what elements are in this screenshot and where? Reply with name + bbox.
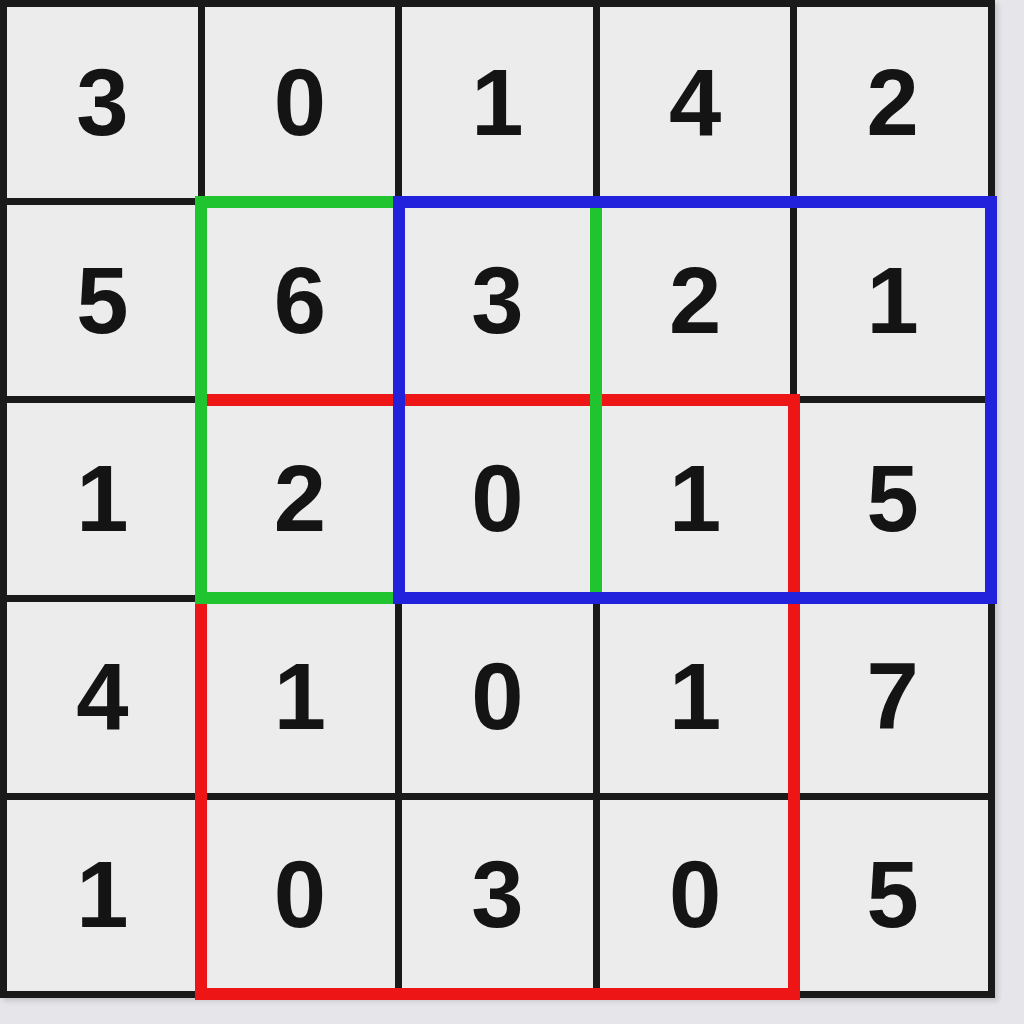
grid-cell-r4c4: 1 [600,602,791,793]
grid-cell-r5c2: 0 [205,800,396,991]
grid-cell-r2c4: 2 [600,205,791,396]
grid-cell-r1c3: 1 [402,7,593,198]
grid-cell-r4c2: 1 [205,602,396,793]
number-grid: 3014256321120154101710305 [0,0,995,998]
grid-cell-r5c3: 3 [402,800,593,991]
grid-cell-r5c5: 5 [797,800,988,991]
grid-cell-r1c1: 3 [7,7,198,198]
grid-cell-r4c5: 7 [797,602,988,793]
grid-cell-r3c5: 5 [797,403,988,594]
grid-cell-r3c4: 1 [600,403,791,594]
grid-cell-r2c5: 1 [797,205,988,396]
grid-cell-r5c4: 0 [600,800,791,991]
grid-cell-r3c1: 1 [7,403,198,594]
grid-cell-r2c3: 3 [402,205,593,396]
page-background: 3014256321120154101710305 [0,0,1024,1024]
puzzle-board: 3014256321120154101710305 [0,0,995,998]
grid-cell-r1c2: 0 [205,7,396,198]
grid-cell-r3c2: 2 [205,403,396,594]
grid-cell-r4c3: 0 [402,602,593,793]
grid-cell-r4c1: 4 [7,602,198,793]
grid-cell-r5c1: 1 [7,800,198,991]
grid-cell-r1c4: 4 [600,7,791,198]
grid-cell-r1c5: 2 [797,7,988,198]
grid-cell-r2c1: 5 [7,205,198,396]
grid-cell-r3c3: 0 [402,403,593,594]
grid-cell-r2c2: 6 [205,205,396,396]
